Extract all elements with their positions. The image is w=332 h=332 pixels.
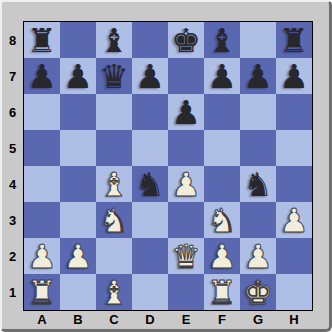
square-b5[interactable] (60, 130, 96, 166)
rank-label-5: 5 (2, 130, 23, 166)
piece-white-bishop-c4[interactable]: ♝ (96, 166, 132, 202)
square-b7[interactable]: ♟ (60, 58, 96, 94)
square-f8[interactable]: ♝ (204, 22, 240, 58)
piece-black-knight-g4[interactable]: ♞ (240, 166, 276, 202)
square-h4[interactable] (276, 166, 312, 202)
piece-black-rook-a8[interactable]: ♜ (24, 22, 60, 58)
piece-black-pawn-d7[interactable]: ♟ (132, 58, 168, 94)
rank-label-6: 6 (2, 94, 23, 130)
piece-black-pawn-b7[interactable]: ♟ (60, 58, 96, 94)
square-c7[interactable]: ♛ (96, 58, 132, 94)
piece-white-bishop-c1[interactable]: ♝ (96, 274, 132, 310)
piece-white-pawn-g2[interactable]: ♟ (240, 238, 276, 274)
square-e5[interactable] (168, 130, 204, 166)
rank-label-2: 2 (2, 238, 23, 274)
rank-label-3: 3 (2, 202, 23, 238)
piece-white-rook-a1[interactable]: ♜ (24, 274, 60, 310)
rank-label-8: 8 (2, 22, 23, 58)
piece-white-king-g1[interactable]: ♚ (240, 274, 276, 310)
square-b3[interactable] (60, 202, 96, 238)
file-labels: ABCDEFGH (24, 310, 312, 329)
square-f3[interactable]: ♞ (204, 202, 240, 238)
square-d4[interactable]: ♞ (132, 166, 168, 202)
square-b1[interactable] (60, 274, 96, 310)
piece-black-pawn-a7[interactable]: ♟ (24, 58, 60, 94)
square-a5[interactable] (24, 130, 60, 166)
square-d5[interactable] (132, 130, 168, 166)
square-h6[interactable] (276, 94, 312, 130)
square-g3[interactable] (240, 202, 276, 238)
piece-black-king-e8[interactable]: ♚ (168, 22, 204, 58)
square-d8[interactable] (132, 22, 168, 58)
piece-black-pawn-f7[interactable]: ♟ (204, 58, 240, 94)
square-e2[interactable]: ♛ (168, 238, 204, 274)
square-a4[interactable] (24, 166, 60, 202)
rank-label-1: 1 (2, 274, 23, 310)
square-e3[interactable] (168, 202, 204, 238)
square-a7[interactable]: ♟ (24, 58, 60, 94)
piece-black-bishop-f8[interactable]: ♝ (204, 22, 240, 58)
rank-labels: 87654321 (2, 22, 23, 310)
square-a2[interactable]: ♟ (24, 238, 60, 274)
square-e6[interactable]: ♟ (168, 94, 204, 130)
square-g4[interactable]: ♞ (240, 166, 276, 202)
square-e4[interactable]: ♟ (168, 166, 204, 202)
piece-black-queen-c7[interactable]: ♛ (96, 58, 132, 94)
piece-black-bishop-c8[interactable]: ♝ (96, 22, 132, 58)
square-d3[interactable] (132, 202, 168, 238)
square-f7[interactable]: ♟ (204, 58, 240, 94)
chess-diagram-panel: 87654321 ♜♝♚♝♜♟♟♛♟♟♟♟♟♝♞♟♞♞♞♟♟♟♛♟♟♜♝♜♚ A… (0, 0, 332, 332)
square-c1[interactable]: ♝ (96, 274, 132, 310)
piece-white-rook-f1[interactable]: ♜ (204, 274, 240, 310)
square-h3[interactable]: ♟ (276, 202, 312, 238)
square-g8[interactable] (240, 22, 276, 58)
square-b8[interactable] (60, 22, 96, 58)
file-label-b: B (60, 310, 96, 329)
piece-white-pawn-e4[interactable]: ♟ (168, 166, 204, 202)
square-c2[interactable] (96, 238, 132, 274)
piece-white-pawn-f2[interactable]: ♟ (204, 238, 240, 274)
piece-white-pawn-b2[interactable]: ♟ (60, 238, 96, 274)
piece-white-queen-e2[interactable]: ♛ (168, 238, 204, 274)
square-d6[interactable] (132, 94, 168, 130)
square-g5[interactable] (240, 130, 276, 166)
square-b2[interactable]: ♟ (60, 238, 96, 274)
square-g2[interactable]: ♟ (240, 238, 276, 274)
square-h5[interactable] (276, 130, 312, 166)
piece-white-pawn-h3[interactable]: ♟ (276, 202, 312, 238)
board: ♜♝♚♝♜♟♟♛♟♟♟♟♟♝♞♟♞♞♞♟♟♟♛♟♟♜♝♜♚ (23, 21, 313, 311)
square-c3[interactable]: ♞ (96, 202, 132, 238)
square-h2[interactable] (276, 238, 312, 274)
rank-label-7: 7 (2, 58, 23, 94)
square-g6[interactable] (240, 94, 276, 130)
piece-black-pawn-g7[interactable]: ♟ (240, 58, 276, 94)
piece-black-pawn-h7[interactable]: ♟ (276, 58, 312, 94)
piece-black-rook-h8[interactable]: ♜ (276, 22, 312, 58)
file-label-f: F (204, 310, 240, 329)
square-a8[interactable]: ♜ (24, 22, 60, 58)
square-d7[interactable]: ♟ (132, 58, 168, 94)
square-g7[interactable]: ♟ (240, 58, 276, 94)
square-e8[interactable]: ♚ (168, 22, 204, 58)
piece-black-knight-d4[interactable]: ♞ (132, 166, 168, 202)
square-f1[interactable]: ♜ (204, 274, 240, 310)
square-e1[interactable] (168, 274, 204, 310)
square-e7[interactable] (168, 58, 204, 94)
piece-black-pawn-e6[interactable]: ♟ (168, 94, 204, 130)
square-c4[interactable]: ♝ (96, 166, 132, 202)
piece-white-pawn-a2[interactable]: ♟ (24, 238, 60, 274)
file-label-a: A (24, 310, 60, 329)
piece-white-knight-f3[interactable]: ♞ (204, 202, 240, 238)
square-a1[interactable]: ♜ (24, 274, 60, 310)
square-h8[interactable]: ♜ (276, 22, 312, 58)
square-g1[interactable]: ♚ (240, 274, 276, 310)
square-c5[interactable] (96, 130, 132, 166)
square-h7[interactable]: ♟ (276, 58, 312, 94)
file-label-g: G (240, 310, 276, 329)
square-b6[interactable] (60, 94, 96, 130)
file-label-c: C (96, 310, 132, 329)
square-c8[interactable]: ♝ (96, 22, 132, 58)
square-d2[interactable] (132, 238, 168, 274)
square-f2[interactable]: ♟ (204, 238, 240, 274)
file-label-h: H (276, 310, 312, 329)
square-a6[interactable] (24, 94, 60, 130)
file-label-e: E (168, 310, 204, 329)
square-h1[interactable] (276, 274, 312, 310)
square-a3[interactable] (24, 202, 60, 238)
square-f5[interactable] (204, 130, 240, 166)
square-f4[interactable] (204, 166, 240, 202)
square-d1[interactable] (132, 274, 168, 310)
file-label-d: D (132, 310, 168, 329)
square-c6[interactable] (96, 94, 132, 130)
square-f6[interactable] (204, 94, 240, 130)
rank-label-4: 4 (2, 166, 23, 202)
square-b4[interactable] (60, 166, 96, 202)
piece-white-knight-c3[interactable]: ♞ (96, 202, 132, 238)
